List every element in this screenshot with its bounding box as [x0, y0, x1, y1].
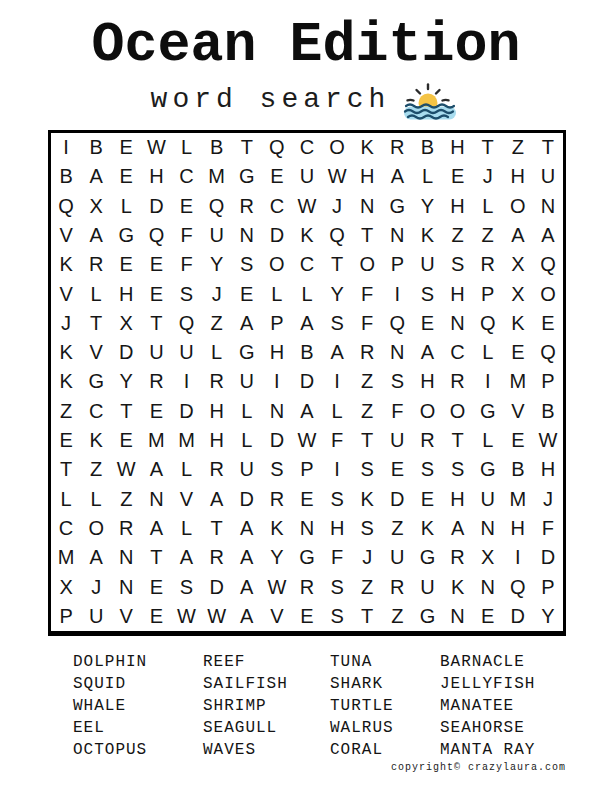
grid-cell-r15c3[interactable]: N — [111, 543, 141, 572]
grid-cell-r11c17[interactable]: W — [533, 426, 563, 455]
grid-cell-r13c1[interactable]: L — [51, 485, 81, 514]
grid-cell-r7c13[interactable]: E — [412, 309, 442, 338]
grid-cell-r14c5[interactable]: L — [171, 514, 201, 543]
grid-cell-r5c3[interactable]: E — [111, 250, 141, 279]
grid-cell-r3c7[interactable]: R — [232, 192, 262, 221]
grid-cell-r17c16[interactable]: D — [503, 602, 533, 631]
grid-cell-r12c2[interactable]: Z — [81, 455, 111, 484]
grid-cell-r1c5[interactable]: L — [171, 133, 201, 162]
grid-cell-r16c8[interactable]: W — [262, 572, 292, 601]
grid-cell-r3c17[interactable]: N — [533, 192, 563, 221]
grid-cell-r15c15[interactable]: X — [473, 543, 503, 572]
grid-cell-r13c5[interactable]: V — [171, 485, 201, 514]
grid-cell-r11c14[interactable]: T — [443, 426, 473, 455]
grid-cell-r13c11[interactable]: K — [352, 485, 382, 514]
grid-cell-r9c16[interactable]: M — [503, 367, 533, 396]
word-grid: IBEWLBTQCOKRBHTZTBAEHCMGEUWHALEJHUQXLDEQ… — [48, 130, 566, 636]
grid-cell-r8c3[interactable]: D — [111, 338, 141, 367]
grid-cell-r4c15[interactable]: Z — [473, 221, 503, 250]
grid-cell-r17c13[interactable]: G — [412, 602, 442, 631]
grid-cell-r4c10[interactable]: Q — [322, 221, 352, 250]
grid-cell-r6c3[interactable]: H — [111, 279, 141, 308]
grid-cell-r11c16[interactable]: E — [503, 426, 533, 455]
grid-cell-r4c14[interactable]: Z — [443, 221, 473, 250]
grid-cell-r13c17[interactable]: J — [533, 485, 563, 514]
grid-cell-r5c10[interactable]: T — [322, 250, 352, 279]
grid-cell-r1c7[interactable]: T — [232, 133, 262, 162]
grid-cell-r16c15[interactable]: N — [473, 572, 503, 601]
grid-cell-r8c2[interactable]: V — [81, 338, 111, 367]
grid-cell-r9c5[interactable]: I — [171, 367, 201, 396]
grid-cell-r15c5[interactable]: A — [171, 543, 201, 572]
grid-cell-r12c5[interactable]: L — [171, 455, 201, 484]
grid-cell-r5c5[interactable]: F — [171, 250, 201, 279]
grid-cell-r13c12[interactable]: D — [382, 485, 412, 514]
grid-cell-r15c11[interactable]: J — [352, 543, 382, 572]
grid-cell-r10c9[interactable]: A — [292, 397, 322, 426]
grid-cell-r5c14[interactable]: S — [443, 250, 473, 279]
grid-cell-r11c3[interactable]: E — [111, 426, 141, 455]
grid-cell-r17c1[interactable]: P — [51, 602, 81, 631]
grid-cell-r12c14[interactable]: S — [443, 455, 473, 484]
grid-cell-r7c14[interactable]: N — [443, 309, 473, 338]
grid-cell-r2c17[interactable]: U — [533, 162, 563, 191]
grid-cell-r7c12[interactable]: Q — [382, 309, 412, 338]
grid-cell-r6c5[interactable]: S — [171, 279, 201, 308]
grid-cell-r9c7[interactable]: U — [232, 367, 262, 396]
grid-cell-r7c16[interactable]: K — [503, 309, 533, 338]
grid-cell-r4c8[interactable]: D — [262, 221, 292, 250]
grid-cell-r4c5[interactable]: F — [171, 221, 201, 250]
grid-cell-r9c3[interactable]: Y — [111, 367, 141, 396]
grid-cell-r6c7[interactable]: E — [232, 279, 262, 308]
grid-cell-r13c14[interactable]: H — [443, 485, 473, 514]
grid-cell-r9c12[interactable]: S — [382, 367, 412, 396]
grid-cell-r14c8[interactable]: K — [262, 514, 292, 543]
grid-cell-r11c9[interactable]: W — [292, 426, 322, 455]
grid-cell-r14c7[interactable]: A — [232, 514, 262, 543]
grid-cell-r7c7[interactable]: A — [232, 309, 262, 338]
grid-cell-r16c14[interactable]: K — [443, 572, 473, 601]
grid-cell-r4c13[interactable]: K — [412, 221, 442, 250]
grid-cell-r16c11[interactable]: Z — [352, 572, 382, 601]
grid-cell-r6c4[interactable]: E — [141, 279, 171, 308]
grid-cell-r8c10[interactable]: A — [322, 338, 352, 367]
grid-cell-r4c12[interactable]: N — [382, 221, 412, 250]
grid-cell-r1c1[interactable]: I — [51, 133, 81, 162]
grid-cell-r14c15[interactable]: N — [473, 514, 503, 543]
grid-cell-r3c13[interactable]: Y — [412, 192, 442, 221]
grid-cell-r9c8[interactable]: I — [262, 367, 292, 396]
word-list-item: WAVES — [203, 739, 330, 761]
grid-cell-r11c10[interactable]: F — [322, 426, 352, 455]
grid-cell-r9c14[interactable]: R — [443, 367, 473, 396]
word-list-item: DOLPHIN — [73, 651, 203, 673]
grid-cell-r8c6[interactable]: L — [202, 338, 232, 367]
grid-cell-r2c16[interactable]: H — [503, 162, 533, 191]
grid-cell-r2c13[interactable]: L — [412, 162, 442, 191]
grid-cell-r10c12[interactable]: F — [382, 397, 412, 426]
word-list-item: REEF — [203, 651, 330, 673]
grid-cell-r4c6[interactable]: U — [202, 221, 232, 250]
grid-cell-r5c17[interactable]: Q — [533, 250, 563, 279]
grid-cell-r16c7[interactable]: A — [232, 572, 262, 601]
grid-cell-r9c10[interactable]: I — [322, 367, 352, 396]
grid-cell-r13c16[interactable]: M — [503, 485, 533, 514]
grid-cell-r5c8[interactable]: O — [262, 250, 292, 279]
grid-cell-r1c8[interactable]: Q — [262, 133, 292, 162]
grid-cell-r10c1[interactable]: Z — [51, 397, 81, 426]
grid-cell-r17c14[interactable]: N — [443, 602, 473, 631]
grid-cell-r12c11[interactable]: S — [352, 455, 382, 484]
grid-cell-r7c11[interactable]: F — [352, 309, 382, 338]
grid-cell-r3c5[interactable]: E — [171, 192, 201, 221]
grid-cell-r10c5[interactable]: D — [171, 397, 201, 426]
grid-cell-r1c13[interactable]: B — [412, 133, 442, 162]
grid-cell-r8c9[interactable]: B — [292, 338, 322, 367]
grid-cell-r12c10[interactable]: I — [322, 455, 352, 484]
grid-cell-r4c2[interactable]: A — [81, 221, 111, 250]
grid-cell-r1c3[interactable]: E — [111, 133, 141, 162]
word-list-item: SHARK — [330, 673, 440, 695]
grid-cell-r6c16[interactable]: X — [503, 279, 533, 308]
grid-cell-r15c14[interactable]: R — [443, 543, 473, 572]
grid-cell-r2c4[interactable]: H — [141, 162, 171, 191]
grid-cell-r3c10[interactable]: J — [322, 192, 352, 221]
grid-cell-r7c4[interactable]: T — [141, 309, 171, 338]
grid-cell-r15c1[interactable]: M — [51, 543, 81, 572]
grid-cell-r2c3[interactable]: E — [111, 162, 141, 191]
grid-cell-r8c15[interactable]: L — [473, 338, 503, 367]
grid-cell-r14c17[interactable]: F — [533, 514, 563, 543]
word-list-item: TUNA — [330, 651, 440, 673]
grid-cell-r5c2[interactable]: R — [81, 250, 111, 279]
grid-cell-r15c7[interactable]: A — [232, 543, 262, 572]
grid-cell-r16c16[interactable]: Q — [503, 572, 533, 601]
grid-cell-r12c17[interactable]: H — [533, 455, 563, 484]
grid-cell-r9c11[interactable]: Z — [352, 367, 382, 396]
grid-cell-r6c1[interactable]: V — [51, 279, 81, 308]
grid-cell-r2c14[interactable]: E — [443, 162, 473, 191]
grid-cell-r6c17[interactable]: O — [533, 279, 563, 308]
grid-cell-r5c6[interactable]: Y — [202, 250, 232, 279]
grid-cell-r16c2[interactable]: J — [81, 572, 111, 601]
grid-cell-r14c2[interactable]: O — [81, 514, 111, 543]
grid-cell-r17c10[interactable]: S — [322, 602, 352, 631]
grid-cell-r14c13[interactable]: K — [412, 514, 442, 543]
grid-cell-r7c15[interactable]: Q — [473, 309, 503, 338]
grid-cell-r3c9[interactable]: W — [292, 192, 322, 221]
grid-cell-r10c7[interactable]: L — [232, 397, 262, 426]
grid-cell-r9c15[interactable]: I — [473, 367, 503, 396]
grid-cell-r4c9[interactable]: K — [292, 221, 322, 250]
grid-cell-r14c6[interactable]: T — [202, 514, 232, 543]
grid-cell-r14c4[interactable]: A — [141, 514, 171, 543]
grid-cell-r10c14[interactable]: O — [443, 397, 473, 426]
grid-cell-r16c17[interactable]: P — [533, 572, 563, 601]
grid-cell-r11c8[interactable]: D — [262, 426, 292, 455]
grid-cell-r11c4[interactable]: M — [141, 426, 171, 455]
grid-cell-r6c10[interactable]: Y — [322, 279, 352, 308]
grid-cell-r8c11[interactable]: R — [352, 338, 382, 367]
grid-cell-r8c8[interactable]: H — [262, 338, 292, 367]
grid-cell-r2c5[interactable]: C — [171, 162, 201, 191]
grid-cell-r13c2[interactable]: L — [81, 485, 111, 514]
grid-cell-r8c17[interactable]: Q — [533, 338, 563, 367]
grid-cell-r10c6[interactable]: H — [202, 397, 232, 426]
grid-cell-r17c11[interactable]: T — [352, 602, 382, 631]
grid-cell-r12c1[interactable]: T — [51, 455, 81, 484]
grid-cell-r16c6[interactable]: D — [202, 572, 232, 601]
grid-cell-r6c6[interactable]: J — [202, 279, 232, 308]
grid-cell-r12c15[interactable]: G — [473, 455, 503, 484]
grid-cell-r12c7[interactable]: U — [232, 455, 262, 484]
grid-cell-r6c14[interactable]: H — [443, 279, 473, 308]
grid-cell-r11c13[interactable]: R — [412, 426, 442, 455]
grid-cell-r1c4[interactable]: W — [141, 133, 171, 162]
grid-cell-r11c1[interactable]: E — [51, 426, 81, 455]
grid-cell-r8c4[interactable]: U — [141, 338, 171, 367]
grid-cell-r12c12[interactable]: E — [382, 455, 412, 484]
grid-cell-r17c5[interactable]: W — [171, 602, 201, 631]
grid-cell-r8c14[interactable]: C — [443, 338, 473, 367]
grid-cell-r1c14[interactable]: H — [443, 133, 473, 162]
grid-cell-r15c4[interactable]: T — [141, 543, 171, 572]
grid-cell-r1c17[interactable]: T — [533, 133, 563, 162]
grid-cell-r1c15[interactable]: T — [473, 133, 503, 162]
grid-cell-r13c6[interactable]: A — [202, 485, 232, 514]
grid-cell-r10c3[interactable]: T — [111, 397, 141, 426]
grid-cell-r11c5[interactable]: M — [171, 426, 201, 455]
grid-cell-r10c2[interactable]: C — [81, 397, 111, 426]
grid-cell-r7c3[interactable]: X — [111, 309, 141, 338]
word-list-item: EEL — [73, 717, 203, 739]
grid-cell-r5c4[interactable]: E — [141, 250, 171, 279]
grid-cell-r13c10[interactable]: S — [322, 485, 352, 514]
grid-cell-r4c3[interactable]: G — [111, 221, 141, 250]
grid-cell-r4c7[interactable]: N — [232, 221, 262, 250]
grid-cell-r14c16[interactable]: H — [503, 514, 533, 543]
grid-cell-r14c3[interactable]: R — [111, 514, 141, 543]
grid-cell-r1c16[interactable]: Z — [503, 133, 533, 162]
grid-cell-r8c1[interactable]: K — [51, 338, 81, 367]
grid-cell-r13c7[interactable]: D — [232, 485, 262, 514]
grid-cell-r5c9[interactable]: C — [292, 250, 322, 279]
grid-cell-r6c11[interactable]: F — [352, 279, 382, 308]
grid-cell-r11c7[interactable]: L — [232, 426, 262, 455]
grid-cell-r5c15[interactable]: R — [473, 250, 503, 279]
grid-cell-r17c12[interactable]: Z — [382, 602, 412, 631]
grid-cell-r5c13[interactable]: U — [412, 250, 442, 279]
grid-cell-r10c11[interactable]: Z — [352, 397, 382, 426]
grid-cell-r15c16[interactable]: I — [503, 543, 533, 572]
grid-cell-r3c1[interactable]: Q — [51, 192, 81, 221]
grid-cell-r17c6[interactable]: W — [202, 602, 232, 631]
grid-cell-r15c6[interactable]: R — [202, 543, 232, 572]
grid-cell-r2c12[interactable]: A — [382, 162, 412, 191]
grid-cell-r2c2[interactable]: A — [81, 162, 111, 191]
grid-cell-r8c12[interactable]: N — [382, 338, 412, 367]
grid-cell-r9c2[interactable]: G — [81, 367, 111, 396]
grid-cell-r6c15[interactable]: P — [473, 279, 503, 308]
grid-cell-r16c5[interactable]: S — [171, 572, 201, 601]
grid-cell-r6c8[interactable]: L — [262, 279, 292, 308]
grid-cell-r11c15[interactable]: L — [473, 426, 503, 455]
grid-cell-r10c17[interactable]: B — [533, 397, 563, 426]
grid-cell-r4c1[interactable]: V — [51, 221, 81, 250]
grid-cell-r15c12[interactable]: U — [382, 543, 412, 572]
grid-cell-r3c8[interactable]: C — [262, 192, 292, 221]
grid-cell-r12c13[interactable]: S — [412, 455, 442, 484]
grid-cell-r11c2[interactable]: K — [81, 426, 111, 455]
grid-cell-r8c16[interactable]: E — [503, 338, 533, 367]
grid-cell-r7c17[interactable]: E — [533, 309, 563, 338]
grid-cell-r13c3[interactable]: Z — [111, 485, 141, 514]
grid-cell-r9c6[interactable]: R — [202, 367, 232, 396]
word-list-item: OCTOPUS — [73, 739, 203, 761]
grid-cell-r1c2[interactable]: B — [81, 133, 111, 162]
grid-cell-r5c16[interactable]: X — [503, 250, 533, 279]
grid-cell-r10c4[interactable]: E — [141, 397, 171, 426]
grid-cell-r11c12[interactable]: U — [382, 426, 412, 455]
grid-cell-r8c5[interactable]: U — [171, 338, 201, 367]
grid-cell-r17c9[interactable]: E — [292, 602, 322, 631]
grid-cell-r7c9[interactable]: A — [292, 309, 322, 338]
grid-cell-r6c12[interactable]: I — [382, 279, 412, 308]
grid-cell-r10c15[interactable]: G — [473, 397, 503, 426]
grid-cell-r3c4[interactable]: D — [141, 192, 171, 221]
grid-cell-r13c13[interactable]: E — [412, 485, 442, 514]
grid-cell-r5c1[interactable]: K — [51, 250, 81, 279]
grid-cell-r4c4[interactable]: Q — [141, 221, 171, 250]
grid-cell-r10c8[interactable]: N — [262, 397, 292, 426]
grid-cell-r3c14[interactable]: H — [443, 192, 473, 221]
grid-cell-r4c11[interactable]: T — [352, 221, 382, 250]
grid-cell-r10c16[interactable]: V — [503, 397, 533, 426]
grid-cell-r6c13[interactable]: S — [412, 279, 442, 308]
grid-cell-r14c14[interactable]: A — [443, 514, 473, 543]
grid-cell-r4c17[interactable]: A — [533, 221, 563, 250]
grid-cell-r12c16[interactable]: B — [503, 455, 533, 484]
grid-cell-r9c9[interactable]: D — [292, 367, 322, 396]
grid-cell-r2c1[interactable]: B — [51, 162, 81, 191]
grid-cell-r16c13[interactable]: U — [412, 572, 442, 601]
grid-cell-r14c1[interactable]: C — [51, 514, 81, 543]
grid-cell-r13c15[interactable]: U — [473, 485, 503, 514]
grid-cell-r5c11[interactable]: O — [352, 250, 382, 279]
grid-cell-r15c8[interactable]: Y — [262, 543, 292, 572]
word-list-item: JELLYFISH — [440, 673, 535, 695]
grid-cell-r14c10[interactable]: H — [322, 514, 352, 543]
grid-cell-r17c8[interactable]: V — [262, 602, 292, 631]
grid-cell-r17c15[interactable]: E — [473, 602, 503, 631]
grid-cell-r9c4[interactable]: R — [141, 367, 171, 396]
grid-cell-r7c2[interactable]: T — [81, 309, 111, 338]
grid-cell-r3c12[interactable]: G — [382, 192, 412, 221]
grid-cell-r14c9[interactable]: N — [292, 514, 322, 543]
grid-cell-r12c8[interactable]: S — [262, 455, 292, 484]
grid-cell-r15c9[interactable]: G — [292, 543, 322, 572]
grid-cell-r15c10[interactable]: F — [322, 543, 352, 572]
grid-cell-r14c11[interactable]: S — [352, 514, 382, 543]
grid-cell-r15c2[interactable]: A — [81, 543, 111, 572]
grid-cell-r9c1[interactable]: K — [51, 367, 81, 396]
grid-cell-r9c17[interactable]: P — [533, 367, 563, 396]
grid-cell-r12c3[interactable]: W — [111, 455, 141, 484]
grid-cell-r16c12[interactable]: R — [382, 572, 412, 601]
grid-cell-r13c9[interactable]: E — [292, 485, 322, 514]
grid-cell-r7c8[interactable]: P — [262, 309, 292, 338]
grid-cell-r17c17[interactable]: Y — [533, 602, 563, 631]
grid-cell-r2c11[interactable]: H — [352, 162, 382, 191]
grid-cell-r11c6[interactable]: H — [202, 426, 232, 455]
grid-cell-r2c7[interactable]: G — [232, 162, 262, 191]
grid-cell-r8c7[interactable]: G — [232, 338, 262, 367]
grid-cell-r3c16[interactable]: O — [503, 192, 533, 221]
grid-cell-r12c6[interactable]: R — [202, 455, 232, 484]
grid-cell-r17c3[interactable]: V — [111, 602, 141, 631]
grid-cell-r7c5[interactable]: Q — [171, 309, 201, 338]
grid-cell-r5c7[interactable]: S — [232, 250, 262, 279]
grid-cell-r5c12[interactable]: P — [382, 250, 412, 279]
grid-cell-r13c4[interactable]: N — [141, 485, 171, 514]
grid-cell-r2c6[interactable]: M — [202, 162, 232, 191]
grid-cell-r17c2[interactable]: U — [81, 602, 111, 631]
grid-cell-r2c8[interactable]: E — [262, 162, 292, 191]
grid-cell-r12c9[interactable]: P — [292, 455, 322, 484]
grid-cell-r2c9[interactable]: U — [292, 162, 322, 191]
grid-cell-r1c10[interactable]: O — [322, 133, 352, 162]
grid-cell-r16c9[interactable]: R — [292, 572, 322, 601]
grid-cell-r13c8[interactable]: R — [262, 485, 292, 514]
grid-cell-r15c13[interactable]: G — [412, 543, 442, 572]
grid-cell-r16c1[interactable]: X — [51, 572, 81, 601]
grid-cell-r6c2[interactable]: L — [81, 279, 111, 308]
grid-cell-r16c10[interactable]: S — [322, 572, 352, 601]
grid-cell-r1c9[interactable]: C — [292, 133, 322, 162]
grid-cell-r12c4[interactable]: A — [141, 455, 171, 484]
grid-cell-r1c11[interactable]: K — [352, 133, 382, 162]
grid-cell-r3c6[interactable]: Q — [202, 192, 232, 221]
grid-cell-r10c13[interactable]: O — [412, 397, 442, 426]
grid-cell-r10c10[interactable]: L — [322, 397, 352, 426]
grid-cell-r7c1[interactable]: J — [51, 309, 81, 338]
grid-cell-r3c2[interactable]: X — [81, 192, 111, 221]
grid-cell-r2c15[interactable]: J — [473, 162, 503, 191]
copyright-text: copyright© crazylaura.com — [391, 762, 566, 773]
grid-cell-r1c12[interactable]: R — [382, 133, 412, 162]
grid-cell-r3c3[interactable]: L — [111, 192, 141, 221]
grid-cell-r8c13[interactable]: A — [412, 338, 442, 367]
grid-cell-r7c6[interactable]: Z — [202, 309, 232, 338]
grid-cell-r14c12[interactable]: Z — [382, 514, 412, 543]
grid-cell-r16c3[interactable]: N — [111, 572, 141, 601]
grid-cell-r15c17[interactable]: D — [533, 543, 563, 572]
grid-cell-r17c4[interactable]: E — [141, 602, 171, 631]
grid-cell-r17c7[interactable]: A — [232, 602, 262, 631]
grid-cell-r3c15[interactable]: L — [473, 192, 503, 221]
grid-cell-r1c6[interactable]: B — [202, 133, 232, 162]
grid-cell-r9c13[interactable]: H — [412, 367, 442, 396]
grid-cell-r2c10[interactable]: W — [322, 162, 352, 191]
grid-cell-r6c9[interactable]: L — [292, 279, 322, 308]
grid-cell-r4c16[interactable]: A — [503, 221, 533, 250]
grid-cell-r7c10[interactable]: S — [322, 309, 352, 338]
grid-cell-r11c11[interactable]: T — [352, 426, 382, 455]
page-subtitle: word search — [151, 84, 391, 115]
grid-cell-r3c11[interactable]: N — [352, 192, 382, 221]
grid-cell-r16c4[interactable]: E — [141, 572, 171, 601]
